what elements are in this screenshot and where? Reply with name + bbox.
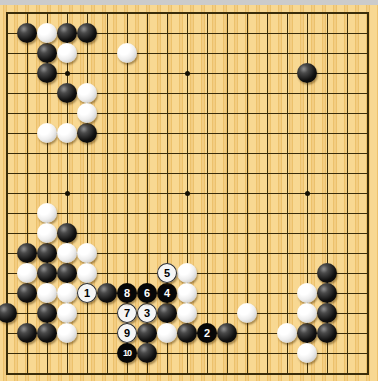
black-stone	[137, 343, 157, 363]
black-stone	[77, 23, 97, 43]
white-stone	[57, 303, 77, 323]
white-stone	[57, 323, 77, 343]
white-stone	[17, 263, 37, 283]
white-stone	[297, 303, 317, 323]
black-stone	[37, 323, 57, 343]
black-stone	[57, 83, 77, 103]
white-stone	[277, 323, 297, 343]
white-stone	[57, 243, 77, 263]
move-9-stone: 9	[117, 323, 137, 343]
black-stone	[137, 323, 157, 343]
black-stone	[37, 263, 57, 283]
black-stone	[17, 323, 37, 343]
white-stone	[117, 43, 137, 63]
move-2-stone: 2	[197, 323, 217, 343]
white-stone	[37, 23, 57, 43]
white-stone	[297, 343, 317, 363]
black-stone	[0, 303, 17, 323]
move-6-stone: 6	[137, 283, 157, 303]
black-stone	[317, 283, 337, 303]
black-stone	[317, 323, 337, 343]
white-stone	[177, 263, 197, 283]
white-stone	[37, 283, 57, 303]
black-stone	[97, 283, 117, 303]
white-stone	[57, 283, 77, 303]
move-10-stone: 10	[117, 343, 137, 363]
black-stone	[37, 303, 57, 323]
black-stone	[317, 263, 337, 283]
white-stone	[77, 243, 97, 263]
black-stone	[37, 43, 57, 63]
white-stone	[37, 203, 57, 223]
black-stone	[297, 323, 317, 343]
white-stone	[77, 103, 97, 123]
white-stone	[37, 123, 57, 143]
black-stone	[17, 283, 37, 303]
black-stone	[57, 23, 77, 43]
white-stone	[157, 323, 177, 343]
stones-layer[interactable]: 12345678910	[0, 3, 377, 381]
black-stone	[57, 263, 77, 283]
white-stone	[57, 123, 77, 143]
white-stone	[77, 83, 97, 103]
black-stone	[17, 23, 37, 43]
black-stone	[37, 243, 57, 263]
white-stone	[237, 303, 257, 323]
black-stone	[177, 323, 197, 343]
window-top-bar	[0, 0, 378, 5]
white-stone	[297, 283, 317, 303]
black-stone	[57, 223, 77, 243]
white-stone	[37, 223, 57, 243]
black-stone	[17, 243, 37, 263]
move-3-stone: 3	[137, 303, 157, 323]
move-4-stone: 4	[157, 283, 177, 303]
black-stone	[37, 63, 57, 83]
black-stone	[317, 303, 337, 323]
black-stone	[157, 303, 177, 323]
black-stone	[217, 323, 237, 343]
black-stone	[297, 63, 317, 83]
go-board-screen: 12345678910	[0, 0, 378, 381]
white-stone	[177, 283, 197, 303]
white-stone	[57, 43, 77, 63]
move-5-stone: 5	[157, 263, 177, 283]
move-8-stone: 8	[117, 283, 137, 303]
white-stone	[77, 263, 97, 283]
move-7-stone: 7	[117, 303, 137, 323]
black-stone	[77, 123, 97, 143]
move-1-stone: 1	[77, 283, 97, 303]
white-stone	[177, 303, 197, 323]
